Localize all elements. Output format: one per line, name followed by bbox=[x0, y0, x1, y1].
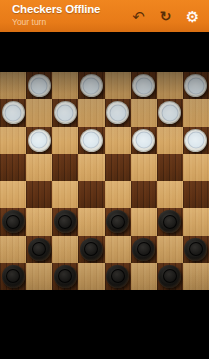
square-a3[interactable] bbox=[0, 208, 26, 235]
black-piece[interactable] bbox=[2, 265, 25, 288]
white-piece[interactable] bbox=[184, 129, 207, 152]
white-piece[interactable] bbox=[132, 129, 155, 152]
white-piece[interactable] bbox=[80, 74, 103, 97]
square-h6[interactable] bbox=[183, 127, 209, 154]
square-g8[interactable] bbox=[157, 72, 183, 99]
black-piece[interactable] bbox=[184, 238, 207, 261]
square-c4[interactable] bbox=[52, 181, 78, 208]
square-c3[interactable] bbox=[52, 208, 78, 235]
black-piece[interactable] bbox=[106, 210, 129, 233]
square-c8[interactable] bbox=[52, 72, 78, 99]
black-piece[interactable] bbox=[54, 265, 77, 288]
square-h5[interactable] bbox=[183, 154, 209, 181]
square-c7[interactable] bbox=[52, 99, 78, 126]
square-g1[interactable] bbox=[157, 263, 183, 290]
square-g2[interactable] bbox=[157, 236, 183, 263]
white-piece[interactable] bbox=[54, 101, 77, 124]
black-piece[interactable] bbox=[2, 210, 25, 233]
square-h4[interactable] bbox=[183, 181, 209, 208]
square-e4[interactable] bbox=[105, 181, 131, 208]
square-d1[interactable] bbox=[78, 263, 104, 290]
square-c5[interactable] bbox=[52, 154, 78, 181]
square-a2[interactable] bbox=[0, 236, 26, 263]
refresh-icon: ↻ bbox=[160, 9, 172, 23]
black-piece[interactable] bbox=[106, 265, 129, 288]
square-d7[interactable] bbox=[78, 99, 104, 126]
square-f2[interactable] bbox=[131, 236, 157, 263]
square-b6[interactable] bbox=[26, 127, 52, 154]
square-d3[interactable] bbox=[78, 208, 104, 235]
white-piece[interactable] bbox=[184, 74, 207, 97]
square-a6[interactable] bbox=[0, 127, 26, 154]
title-block: Checkers Offline Your turn bbox=[12, 3, 100, 27]
page-title: Checkers Offline bbox=[12, 3, 100, 16]
square-b4[interactable] bbox=[26, 181, 52, 208]
square-h1[interactable] bbox=[183, 263, 209, 290]
white-piece[interactable] bbox=[106, 101, 129, 124]
square-d5[interactable] bbox=[78, 154, 104, 181]
square-f1[interactable] bbox=[131, 263, 157, 290]
square-d4[interactable] bbox=[78, 181, 104, 208]
square-g6[interactable] bbox=[157, 127, 183, 154]
square-d2[interactable] bbox=[78, 236, 104, 263]
square-f5[interactable] bbox=[131, 154, 157, 181]
square-a1[interactable] bbox=[0, 263, 26, 290]
square-g7[interactable] bbox=[157, 99, 183, 126]
square-h7[interactable] bbox=[183, 99, 209, 126]
black-piece[interactable] bbox=[158, 265, 181, 288]
square-f4[interactable] bbox=[131, 181, 157, 208]
board bbox=[0, 72, 209, 290]
white-piece[interactable] bbox=[80, 129, 103, 152]
black-piece[interactable] bbox=[158, 210, 181, 233]
white-piece[interactable] bbox=[28, 129, 51, 152]
square-a7[interactable] bbox=[0, 99, 26, 126]
square-b7[interactable] bbox=[26, 99, 52, 126]
square-c1[interactable] bbox=[52, 263, 78, 290]
white-piece[interactable] bbox=[2, 101, 25, 124]
app-bar: Checkers Offline Your turn ↶ ↻ ⚙ bbox=[0, 0, 209, 32]
square-e8[interactable] bbox=[105, 72, 131, 99]
square-a8[interactable] bbox=[0, 72, 26, 99]
undo-icon: ↶ bbox=[132, 9, 145, 24]
square-b1[interactable] bbox=[26, 263, 52, 290]
square-f6[interactable] bbox=[131, 127, 157, 154]
gear-icon: ⚙ bbox=[186, 9, 199, 24]
black-piece[interactable] bbox=[132, 238, 155, 261]
square-g4[interactable] bbox=[157, 181, 183, 208]
square-e1[interactable] bbox=[105, 263, 131, 290]
black-piece[interactable] bbox=[80, 238, 103, 261]
toolbar: ↶ ↻ ⚙ bbox=[129, 0, 202, 32]
black-piece[interactable] bbox=[28, 238, 51, 261]
square-f7[interactable] bbox=[131, 99, 157, 126]
white-piece[interactable] bbox=[132, 74, 155, 97]
square-e2[interactable] bbox=[105, 236, 131, 263]
white-piece[interactable] bbox=[28, 74, 51, 97]
square-b5[interactable] bbox=[26, 154, 52, 181]
square-d8[interactable] bbox=[78, 72, 104, 99]
square-b2[interactable] bbox=[26, 236, 52, 263]
black-piece[interactable] bbox=[54, 210, 77, 233]
undo-button[interactable]: ↶ bbox=[129, 5, 148, 27]
square-e3[interactable] bbox=[105, 208, 131, 235]
square-h2[interactable] bbox=[183, 236, 209, 263]
square-h3[interactable] bbox=[183, 208, 209, 235]
square-f8[interactable] bbox=[131, 72, 157, 99]
white-piece[interactable] bbox=[158, 101, 181, 124]
square-f3[interactable] bbox=[131, 208, 157, 235]
restart-button[interactable]: ↻ bbox=[156, 5, 175, 27]
bottom-black-area bbox=[0, 290, 209, 359]
turn-status: Your turn bbox=[12, 17, 100, 27]
square-g5[interactable] bbox=[157, 154, 183, 181]
square-a5[interactable] bbox=[0, 154, 26, 181]
square-d6[interactable] bbox=[78, 127, 104, 154]
square-g3[interactable] bbox=[157, 208, 183, 235]
square-a4[interactable] bbox=[0, 181, 26, 208]
settings-button[interactable]: ⚙ bbox=[183, 5, 202, 27]
square-e7[interactable] bbox=[105, 99, 131, 126]
square-e5[interactable] bbox=[105, 154, 131, 181]
square-b8[interactable] bbox=[26, 72, 52, 99]
square-e6[interactable] bbox=[105, 127, 131, 154]
square-c2[interactable] bbox=[52, 236, 78, 263]
square-b3[interactable] bbox=[26, 208, 52, 235]
square-h8[interactable] bbox=[183, 72, 209, 99]
square-c6[interactable] bbox=[52, 127, 78, 154]
